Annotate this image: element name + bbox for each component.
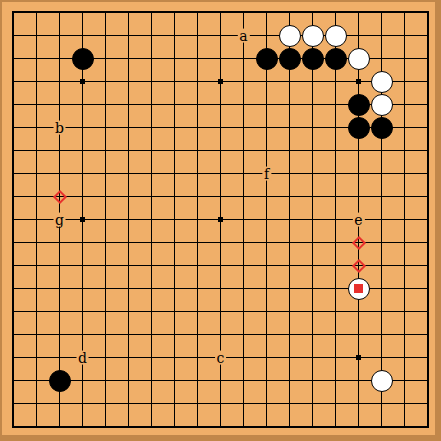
red-square-marker (354, 284, 363, 293)
black-stone (348, 117, 370, 139)
star-point (80, 79, 85, 84)
white-stone (279, 25, 301, 47)
letter-label-c: c (215, 350, 227, 364)
white-stone (371, 94, 393, 116)
letter-label-b: b (53, 120, 66, 134)
star-point (80, 217, 85, 222)
star-point (356, 355, 361, 360)
white-stone (371, 370, 393, 392)
letter-label-f: f (262, 166, 271, 180)
letter-label-g: g (53, 212, 66, 226)
black-stone (302, 48, 324, 70)
black-stone (49, 370, 71, 392)
white-stone (325, 25, 347, 47)
letter-label-d: d (76, 350, 89, 364)
letter-label-a: a (237, 28, 249, 42)
white-stone (348, 48, 370, 70)
star-point (218, 79, 223, 84)
black-stone (279, 48, 301, 70)
black-stone (72, 48, 94, 70)
white-stone (302, 25, 324, 47)
letter-label-e: e (352, 212, 364, 226)
go-board: abcdefg (0, 0, 441, 441)
white-stone (348, 278, 370, 300)
black-stone (325, 48, 347, 70)
black-stone (371, 117, 393, 139)
white-stone (371, 71, 393, 93)
black-stone (256, 48, 278, 70)
black-stone (348, 94, 370, 116)
star-point (356, 79, 361, 84)
star-point (218, 217, 223, 222)
